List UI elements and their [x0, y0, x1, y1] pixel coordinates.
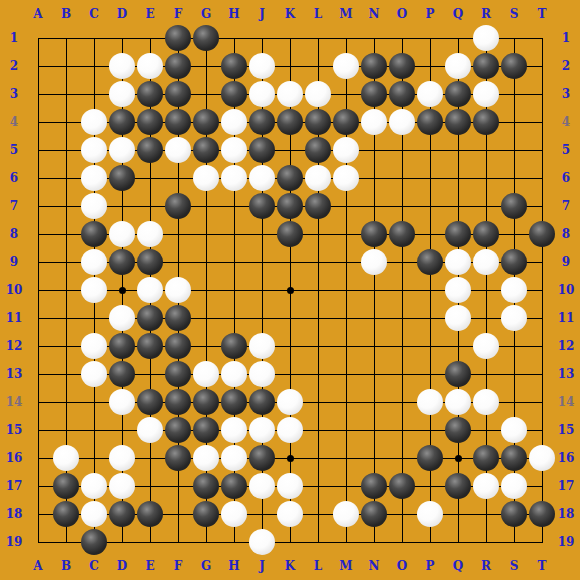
board-intersection[interactable] — [276, 80, 304, 108]
board-intersection[interactable] — [136, 444, 164, 472]
board-intersection[interactable] — [472, 276, 500, 304]
board-intersection[interactable] — [52, 500, 80, 528]
board-intersection[interactable] — [220, 108, 248, 136]
board-intersection[interactable] — [360, 80, 388, 108]
board-intersection[interactable] — [164, 388, 192, 416]
board-intersection[interactable] — [276, 444, 304, 472]
board-intersection[interactable] — [528, 136, 556, 164]
board-intersection[interactable] — [276, 500, 304, 528]
board-intersection[interactable] — [136, 500, 164, 528]
board-intersection[interactable] — [192, 192, 220, 220]
board-intersection[interactable] — [360, 472, 388, 500]
board-intersection[interactable] — [192, 136, 220, 164]
board-intersection[interactable] — [332, 136, 360, 164]
board-intersection[interactable] — [416, 332, 444, 360]
board-intersection[interactable] — [164, 248, 192, 276]
board-intersection[interactable] — [80, 192, 108, 220]
board-intersection[interactable] — [472, 52, 500, 80]
board-intersection[interactable] — [136, 192, 164, 220]
board-intersection[interactable] — [500, 136, 528, 164]
board-intersection[interactable] — [500, 500, 528, 528]
board-intersection[interactable] — [248, 52, 276, 80]
board-intersection[interactable] — [192, 52, 220, 80]
board-intersection[interactable] — [276, 164, 304, 192]
board-intersection[interactable] — [108, 24, 136, 52]
board-intersection[interactable] — [528, 276, 556, 304]
board-intersection[interactable] — [52, 304, 80, 332]
board-intersection[interactable] — [500, 248, 528, 276]
board-intersection[interactable] — [24, 332, 52, 360]
board-intersection[interactable] — [304, 24, 332, 52]
board-intersection[interactable] — [388, 136, 416, 164]
board-intersection[interactable] — [528, 332, 556, 360]
board-intersection[interactable] — [332, 304, 360, 332]
board-intersection[interactable] — [220, 472, 248, 500]
board-intersection[interactable] — [332, 528, 360, 556]
board-intersection[interactable] — [80, 136, 108, 164]
board-intersection[interactable] — [360, 360, 388, 388]
board-intersection[interactable] — [472, 108, 500, 136]
board-intersection[interactable] — [220, 276, 248, 304]
board-intersection[interactable] — [276, 136, 304, 164]
board-intersection[interactable] — [136, 304, 164, 332]
board-intersection[interactable] — [220, 528, 248, 556]
board-intersection[interactable] — [248, 444, 276, 472]
board-intersection[interactable] — [304, 164, 332, 192]
board-intersection[interactable] — [416, 248, 444, 276]
board-intersection[interactable] — [388, 444, 416, 472]
board-intersection[interactable] — [248, 24, 276, 52]
board-intersection[interactable] — [80, 24, 108, 52]
board-intersection[interactable] — [248, 108, 276, 136]
board-intersection[interactable] — [528, 500, 556, 528]
board-intersection[interactable] — [192, 248, 220, 276]
board-intersection[interactable] — [136, 472, 164, 500]
board-intersection[interactable] — [164, 472, 192, 500]
board-intersection[interactable] — [276, 332, 304, 360]
board-intersection[interactable] — [52, 416, 80, 444]
board-intersection[interactable] — [416, 136, 444, 164]
board-intersection[interactable] — [472, 24, 500, 52]
board-intersection[interactable] — [444, 528, 472, 556]
board-intersection[interactable] — [360, 164, 388, 192]
board-intersection[interactable] — [472, 500, 500, 528]
board-intersection[interactable] — [332, 80, 360, 108]
board-intersection[interactable] — [416, 276, 444, 304]
board-intersection[interactable] — [164, 528, 192, 556]
board-intersection[interactable] — [220, 416, 248, 444]
board-intersection[interactable] — [360, 52, 388, 80]
board-intersection[interactable] — [276, 220, 304, 248]
board-intersection[interactable] — [444, 108, 472, 136]
board-intersection[interactable] — [472, 472, 500, 500]
board-intersection[interactable] — [220, 52, 248, 80]
board-intersection[interactable] — [472, 416, 500, 444]
board-intersection[interactable] — [136, 416, 164, 444]
board-intersection[interactable] — [304, 220, 332, 248]
board-intersection[interactable] — [108, 360, 136, 388]
board-intersection[interactable] — [192, 80, 220, 108]
board-intersection[interactable] — [192, 500, 220, 528]
board-intersection[interactable] — [52, 332, 80, 360]
board-intersection[interactable] — [472, 80, 500, 108]
board-intersection[interactable] — [52, 220, 80, 248]
board-intersection[interactable] — [444, 136, 472, 164]
board-intersection[interactable] — [444, 276, 472, 304]
board-intersection[interactable] — [528, 528, 556, 556]
board-intersection[interactable] — [108, 136, 136, 164]
board-intersection[interactable] — [332, 276, 360, 304]
board-intersection[interactable] — [304, 52, 332, 80]
board-intersection[interactable] — [248, 276, 276, 304]
board-intersection[interactable] — [192, 388, 220, 416]
board-intersection[interactable] — [500, 416, 528, 444]
board-intersection[interactable] — [24, 276, 52, 304]
board-intersection[interactable] — [416, 472, 444, 500]
board-intersection[interactable] — [528, 248, 556, 276]
board-intersection[interactable] — [80, 388, 108, 416]
board-intersection[interactable] — [472, 136, 500, 164]
board-intersection[interactable] — [416, 52, 444, 80]
board-intersection[interactable] — [52, 136, 80, 164]
board-intersection[interactable] — [164, 416, 192, 444]
board-intersection[interactable] — [108, 472, 136, 500]
board-intersection[interactable] — [388, 472, 416, 500]
board-intersection[interactable] — [444, 248, 472, 276]
board-intersection[interactable] — [220, 388, 248, 416]
board-intersection[interactable] — [360, 528, 388, 556]
board-intersection[interactable] — [80, 276, 108, 304]
board-intersection[interactable] — [164, 500, 192, 528]
board-intersection[interactable] — [52, 192, 80, 220]
board-intersection[interactable] — [304, 500, 332, 528]
board-intersection[interactable] — [164, 332, 192, 360]
board-intersection[interactable] — [80, 52, 108, 80]
board-intersection[interactable] — [276, 416, 304, 444]
board-intersection[interactable] — [108, 108, 136, 136]
board-intersection[interactable] — [388, 416, 416, 444]
board-intersection[interactable] — [444, 500, 472, 528]
board-intersection[interactable] — [416, 304, 444, 332]
board-intersection[interactable] — [304, 444, 332, 472]
board-intersection[interactable] — [136, 24, 164, 52]
board-intersection[interactable] — [444, 192, 472, 220]
board-intersection[interactable] — [500, 192, 528, 220]
board-intersection[interactable] — [360, 220, 388, 248]
board-intersection[interactable] — [24, 220, 52, 248]
board-intersection[interactable] — [360, 416, 388, 444]
board-intersection[interactable] — [528, 472, 556, 500]
board-intersection[interactable] — [388, 276, 416, 304]
board-intersection[interactable] — [472, 388, 500, 416]
board-intersection[interactable] — [500, 528, 528, 556]
board-intersection[interactable] — [220, 360, 248, 388]
board-intersection[interactable] — [388, 220, 416, 248]
board-intersection[interactable] — [24, 192, 52, 220]
board-intersection[interactable] — [304, 416, 332, 444]
board-intersection[interactable] — [108, 52, 136, 80]
board-intersection[interactable] — [220, 192, 248, 220]
board-intersection[interactable] — [52, 108, 80, 136]
board-intersection[interactable] — [528, 24, 556, 52]
board-intersection[interactable] — [192, 332, 220, 360]
board-intersection[interactable] — [192, 444, 220, 472]
board-intersection[interactable] — [248, 332, 276, 360]
board-intersection[interactable] — [248, 248, 276, 276]
board-intersection[interactable] — [136, 528, 164, 556]
board-intersection[interactable] — [108, 192, 136, 220]
board-intersection[interactable] — [164, 192, 192, 220]
board-intersection[interactable] — [528, 416, 556, 444]
board-intersection[interactable] — [416, 164, 444, 192]
board-intersection[interactable] — [444, 24, 472, 52]
board-intersection[interactable] — [472, 360, 500, 388]
board-intersection[interactable] — [220, 444, 248, 472]
board-intersection[interactable] — [108, 164, 136, 192]
board-intersection[interactable] — [108, 220, 136, 248]
board-intersection[interactable] — [360, 276, 388, 304]
board-intersection[interactable] — [192, 220, 220, 248]
board-intersection[interactable] — [332, 472, 360, 500]
board-intersection[interactable] — [192, 24, 220, 52]
board-intersection[interactable] — [360, 192, 388, 220]
board-intersection[interactable] — [500, 24, 528, 52]
board-intersection[interactable] — [24, 388, 52, 416]
board-intersection[interactable] — [136, 332, 164, 360]
board-intersection[interactable] — [388, 108, 416, 136]
board-intersection[interactable] — [52, 164, 80, 192]
board-intersection[interactable] — [416, 416, 444, 444]
board-intersection[interactable] — [304, 136, 332, 164]
board-intersection[interactable] — [500, 472, 528, 500]
board-intersection[interactable] — [80, 248, 108, 276]
board-intersection[interactable] — [136, 80, 164, 108]
board-intersection[interactable] — [388, 332, 416, 360]
board-intersection[interactable] — [472, 192, 500, 220]
board-intersection[interactable] — [528, 108, 556, 136]
board-intersection[interactable] — [192, 528, 220, 556]
board-intersection[interactable] — [416, 388, 444, 416]
board-intersection[interactable] — [304, 472, 332, 500]
board-intersection[interactable] — [388, 248, 416, 276]
board-intersection[interactable] — [360, 248, 388, 276]
board-intersection[interactable] — [52, 248, 80, 276]
board-intersection[interactable] — [248, 220, 276, 248]
board-intersection[interactable] — [360, 304, 388, 332]
board-intersection[interactable] — [360, 500, 388, 528]
board-intersection[interactable] — [24, 416, 52, 444]
board-intersection[interactable] — [80, 528, 108, 556]
board-intersection[interactable] — [164, 80, 192, 108]
board-intersection[interactable] — [332, 108, 360, 136]
board-intersection[interactable] — [52, 388, 80, 416]
board-intersection[interactable] — [108, 528, 136, 556]
board-intersection[interactable] — [52, 360, 80, 388]
board-intersection[interactable] — [192, 360, 220, 388]
board-intersection[interactable] — [248, 360, 276, 388]
board-intersection[interactable] — [332, 192, 360, 220]
board-intersection[interactable] — [108, 248, 136, 276]
board-intersection[interactable] — [472, 332, 500, 360]
board-intersection[interactable] — [220, 248, 248, 276]
board-intersection[interactable] — [332, 444, 360, 472]
board-intersection[interactable] — [24, 304, 52, 332]
board-intersection[interactable] — [80, 108, 108, 136]
board-intersection[interactable] — [388, 80, 416, 108]
board-intersection[interactable] — [360, 388, 388, 416]
board-intersection[interactable] — [248, 500, 276, 528]
board-intersection[interactable] — [276, 24, 304, 52]
board-intersection[interactable] — [332, 500, 360, 528]
board-intersection[interactable] — [472, 528, 500, 556]
board-intersection[interactable] — [220, 304, 248, 332]
board-intersection[interactable] — [80, 444, 108, 472]
board-intersection[interactable] — [528, 52, 556, 80]
board-intersection[interactable] — [24, 164, 52, 192]
board-intersection[interactable] — [24, 24, 52, 52]
board-intersection[interactable] — [444, 416, 472, 444]
board-intersection[interactable] — [220, 80, 248, 108]
board-intersection[interactable] — [444, 80, 472, 108]
board-intersection[interactable] — [528, 220, 556, 248]
board-intersection[interactable] — [332, 24, 360, 52]
board-intersection[interactable] — [388, 360, 416, 388]
board-intersection[interactable] — [444, 472, 472, 500]
board-intersection[interactable] — [304, 80, 332, 108]
board-intersection[interactable] — [52, 528, 80, 556]
board-intersection[interactable] — [136, 220, 164, 248]
board-intersection[interactable] — [360, 332, 388, 360]
board-intersection[interactable] — [164, 220, 192, 248]
board-intersection[interactable] — [304, 192, 332, 220]
board-intersection[interactable] — [304, 528, 332, 556]
board-intersection[interactable] — [388, 52, 416, 80]
board-intersection[interactable] — [80, 500, 108, 528]
board-intersection[interactable] — [360, 136, 388, 164]
board-intersection[interactable] — [192, 276, 220, 304]
board-intersection[interactable] — [304, 276, 332, 304]
board-intersection[interactable] — [276, 388, 304, 416]
board-intersection[interactable] — [416, 220, 444, 248]
board-intersection[interactable] — [444, 304, 472, 332]
board-intersection[interactable] — [24, 136, 52, 164]
board-intersection[interactable] — [24, 108, 52, 136]
board-intersection[interactable] — [388, 164, 416, 192]
board-intersection[interactable] — [108, 416, 136, 444]
board-intersection[interactable] — [276, 192, 304, 220]
board-intersection[interactable] — [528, 164, 556, 192]
board-intersection[interactable] — [416, 80, 444, 108]
board-intersection[interactable] — [528, 444, 556, 472]
board-intersection[interactable] — [80, 304, 108, 332]
board-intersection[interactable] — [332, 416, 360, 444]
board-intersection[interactable] — [248, 192, 276, 220]
board-intersection[interactable] — [276, 248, 304, 276]
board-intersection[interactable] — [164, 304, 192, 332]
board-intersection[interactable] — [80, 332, 108, 360]
board-intersection[interactable] — [500, 332, 528, 360]
board-intersection[interactable] — [416, 500, 444, 528]
board-intersection[interactable] — [276, 276, 304, 304]
board-intersection[interactable] — [248, 136, 276, 164]
board-intersection[interactable] — [220, 500, 248, 528]
board-intersection[interactable] — [304, 332, 332, 360]
board-intersection[interactable] — [220, 164, 248, 192]
board-intersection[interactable] — [52, 444, 80, 472]
board-intersection[interactable] — [304, 388, 332, 416]
board-intersection[interactable] — [52, 24, 80, 52]
board-intersection[interactable] — [416, 528, 444, 556]
board-intersection[interactable] — [192, 416, 220, 444]
board-intersection[interactable] — [24, 52, 52, 80]
board-intersection[interactable] — [500, 164, 528, 192]
board-intersection[interactable] — [276, 360, 304, 388]
board-intersection[interactable] — [108, 304, 136, 332]
board-intersection[interactable] — [444, 220, 472, 248]
board-intersection[interactable] — [276, 304, 304, 332]
board-intersection[interactable] — [388, 388, 416, 416]
board-intersection[interactable] — [500, 444, 528, 472]
board-intersection[interactable] — [388, 304, 416, 332]
board-intersection[interactable] — [332, 248, 360, 276]
board-intersection[interactable] — [248, 416, 276, 444]
board-intersection[interactable] — [472, 304, 500, 332]
board-intersection[interactable] — [108, 332, 136, 360]
board-intersection[interactable] — [136, 388, 164, 416]
board-intersection[interactable] — [248, 80, 276, 108]
board-intersection[interactable] — [24, 444, 52, 472]
board-intersection[interactable] — [472, 444, 500, 472]
board-intersection[interactable] — [332, 164, 360, 192]
board-intersection[interactable] — [304, 304, 332, 332]
board-intersection[interactable] — [108, 500, 136, 528]
board-intersection[interactable] — [80, 80, 108, 108]
board-intersection[interactable] — [108, 388, 136, 416]
board-intersection[interactable] — [500, 220, 528, 248]
board-intersection[interactable] — [248, 528, 276, 556]
board-intersection[interactable] — [444, 444, 472, 472]
board-intersection[interactable] — [388, 24, 416, 52]
board-intersection[interactable] — [136, 248, 164, 276]
board-intersection[interactable] — [164, 52, 192, 80]
board-intersection[interactable] — [164, 136, 192, 164]
board-intersection[interactable] — [276, 472, 304, 500]
board-intersection[interactable] — [164, 444, 192, 472]
board-intersection[interactable] — [24, 500, 52, 528]
board-intersection[interactable] — [444, 388, 472, 416]
board-intersection[interactable] — [332, 360, 360, 388]
board-intersection[interactable] — [472, 220, 500, 248]
board-intersection[interactable] — [500, 52, 528, 80]
board-intersection[interactable] — [80, 472, 108, 500]
board-intersection[interactable] — [52, 276, 80, 304]
board-intersection[interactable] — [192, 164, 220, 192]
board-intersection[interactable] — [276, 52, 304, 80]
board-intersection[interactable] — [304, 360, 332, 388]
board-intersection[interactable] — [500, 388, 528, 416]
board-intersection[interactable] — [248, 304, 276, 332]
board-intersection[interactable] — [276, 528, 304, 556]
board-intersection[interactable] — [304, 108, 332, 136]
board-intersection[interactable] — [220, 136, 248, 164]
board-intersection[interactable] — [360, 24, 388, 52]
board-intersection[interactable] — [416, 444, 444, 472]
board-intersection[interactable] — [388, 192, 416, 220]
board-intersection[interactable] — [24, 360, 52, 388]
board-intersection[interactable] — [388, 528, 416, 556]
board-intersection[interactable] — [528, 360, 556, 388]
board-intersection[interactable] — [80, 220, 108, 248]
